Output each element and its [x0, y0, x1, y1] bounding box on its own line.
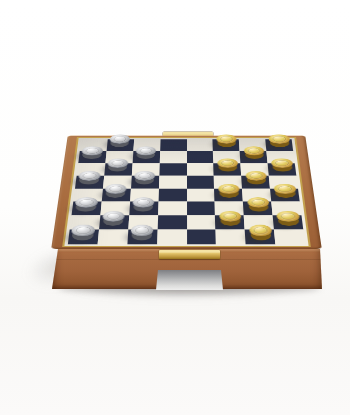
board-cell[interactable]	[240, 151, 268, 163]
board-cell[interactable]	[127, 230, 157, 245]
board-cell[interactable]	[187, 202, 216, 216]
board-cell[interactable]	[78, 151, 106, 163]
board-cell[interactable]	[187, 189, 215, 202]
checkerboard	[68, 139, 305, 244]
checker-piece-gold[interactable]	[271, 159, 293, 168]
board-cell[interactable]	[187, 215, 216, 229]
board-cell[interactable]	[97, 230, 128, 245]
checker-piece-gold[interactable]	[277, 211, 300, 222]
board-frame-trim	[62, 137, 311, 247]
board-cell[interactable]	[129, 202, 158, 216]
checker-piece-silver[interactable]	[131, 225, 154, 236]
lid-base-seam	[52, 259, 322, 260]
board-cell[interactable]	[159, 151, 186, 163]
leather-box-lid	[51, 135, 322, 249]
board-cell[interactable]	[187, 176, 215, 189]
product-photo-scene	[0, 0, 350, 415]
front-brass-clasp[interactable]	[159, 250, 220, 259]
board-cell[interactable]	[158, 202, 187, 216]
board-cell[interactable]	[187, 151, 214, 163]
board-cell[interactable]	[265, 139, 293, 151]
board-cell[interactable]	[158, 189, 186, 202]
checker-piece-gold[interactable]	[245, 171, 267, 181]
handle-notch	[156, 270, 223, 290]
board-cell[interactable]	[243, 202, 273, 216]
checker-piece-silver[interactable]	[75, 197, 98, 207]
board-cell[interactable]	[213, 139, 240, 151]
board-cell[interactable]	[187, 163, 214, 176]
checker-piece-silver[interactable]	[134, 171, 156, 181]
board-cell[interactable]	[215, 215, 245, 229]
checker-piece-silver[interactable]	[81, 146, 102, 155]
board-cell[interactable]	[159, 176, 187, 189]
board-cell[interactable]	[159, 163, 186, 176]
board-cell[interactable]	[157, 215, 186, 229]
board-cell[interactable]	[273, 215, 304, 229]
board-cell[interactable]	[214, 189, 243, 202]
board-cell[interactable]	[131, 176, 159, 189]
checker-piece-gold[interactable]	[217, 159, 238, 168]
checker-piece-silver[interactable]	[105, 184, 127, 194]
board-cell[interactable]	[274, 230, 305, 245]
checker-piece-gold[interactable]	[269, 135, 290, 144]
checker-piece-gold[interactable]	[274, 184, 297, 194]
checker-piece-silver[interactable]	[102, 211, 125, 222]
checker-piece-silver[interactable]	[136, 146, 157, 155]
checker-piece-silver[interactable]	[107, 159, 129, 168]
board-cell[interactable]	[216, 230, 246, 245]
board-cell[interactable]	[241, 176, 270, 189]
board-cell[interactable]	[104, 163, 132, 176]
board-cell[interactable]	[99, 215, 129, 229]
board-cell[interactable]	[245, 230, 276, 245]
checker-piece-gold[interactable]	[249, 225, 272, 236]
board-cell[interactable]	[157, 230, 187, 245]
board-cell[interactable]	[72, 202, 102, 216]
board-cell[interactable]	[68, 230, 99, 245]
board-cell[interactable]	[187, 139, 214, 151]
board-cell[interactable]	[270, 189, 300, 202]
checker-piece-gold[interactable]	[247, 197, 270, 207]
checker-piece-silver[interactable]	[110, 135, 131, 144]
board-cell[interactable]	[268, 163, 297, 176]
board-cell[interactable]	[102, 189, 131, 202]
checker-piece-gold[interactable]	[218, 184, 240, 194]
checker-piece-gold[interactable]	[216, 135, 237, 144]
board-cell[interactable]	[160, 139, 187, 151]
board-cell[interactable]	[214, 163, 242, 176]
checker-piece-gold[interactable]	[243, 146, 264, 155]
board-cell[interactable]	[132, 151, 159, 163]
checker-piece-silver[interactable]	[78, 171, 100, 181]
checker-piece-silver[interactable]	[132, 197, 154, 207]
checker-piece-gold[interactable]	[219, 211, 242, 222]
board-cell[interactable]	[106, 139, 133, 151]
checker-piece-silver[interactable]	[71, 225, 95, 236]
board-cell[interactable]	[75, 176, 104, 189]
board-cell[interactable]	[187, 230, 217, 245]
